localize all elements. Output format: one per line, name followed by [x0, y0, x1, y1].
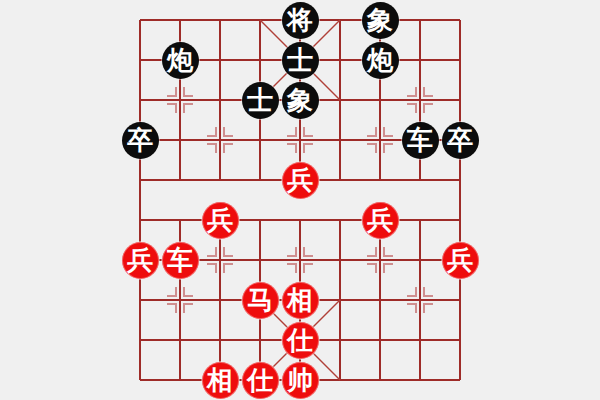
piece-black-advisor[interactable]: 士	[282, 42, 319, 79]
piece-black-general[interactable]: 将	[282, 2, 319, 39]
piece-red-general[interactable]: 帅	[282, 362, 319, 399]
piece-black-chariot[interactable]: 车	[402, 122, 439, 159]
piece-black-pawn[interactable]: 卒	[442, 122, 479, 159]
piece-black-cannon[interactable]: 炮	[362, 42, 399, 79]
xiangqi-app: 将象炮士炮士象卒车卒兵兵兵兵车兵马相仕相仕帅	[0, 0, 600, 400]
piece-red-pawn[interactable]: 兵	[202, 202, 239, 239]
piece-black-advisor[interactable]: 士	[242, 82, 279, 119]
piece-red-elephant[interactable]: 相	[282, 282, 319, 319]
piece-red-advisor[interactable]: 仕	[242, 362, 279, 399]
xiangqi-pieces-layer[interactable]: 将象炮士炮士象卒车卒兵兵兵兵车兵马相仕相仕帅	[120, 0, 480, 400]
piece-red-pawn[interactable]: 兵	[282, 162, 319, 199]
piece-red-horse[interactable]: 马	[242, 282, 279, 319]
piece-red-advisor[interactable]: 仕	[282, 322, 319, 359]
piece-black-cannon[interactable]: 炮	[162, 42, 199, 79]
piece-red-chariot[interactable]: 车	[162, 242, 199, 279]
piece-red-pawn[interactable]: 兵	[362, 202, 399, 239]
piece-red-pawn[interactable]: 兵	[442, 242, 479, 279]
piece-black-pawn[interactable]: 卒	[122, 122, 159, 159]
piece-red-pawn[interactable]: 兵	[122, 242, 159, 279]
piece-black-elephant[interactable]: 象	[282, 82, 319, 119]
piece-black-elephant[interactable]: 象	[362, 2, 399, 39]
piece-red-elephant[interactable]: 相	[202, 362, 239, 399]
